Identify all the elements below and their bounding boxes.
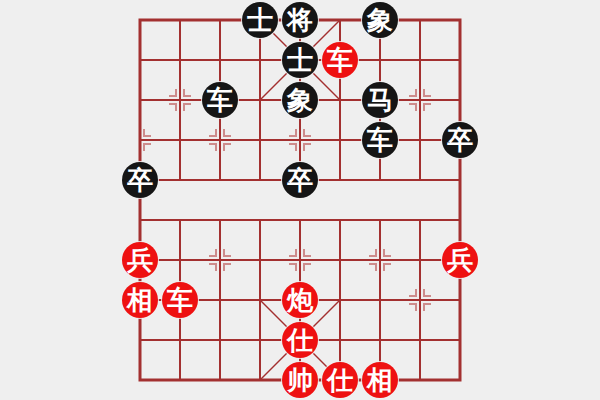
black-general[interactable]: 将: [282, 2, 318, 38]
red-soldier[interactable]: 兵: [122, 242, 158, 278]
black-soldier[interactable]: 卒: [442, 122, 478, 158]
red-elephant[interactable]: 相: [362, 362, 398, 398]
red-advisor[interactable]: 仕: [322, 362, 358, 398]
black-chariot[interactable]: 车: [202, 82, 238, 118]
black-chariot[interactable]: 车: [362, 122, 398, 158]
red-chariot[interactable]: 车: [162, 282, 198, 318]
red-chariot[interactable]: 车: [322, 42, 358, 78]
black-horse[interactable]: 马: [362, 82, 398, 118]
red-cannon[interactable]: 炮: [282, 282, 318, 318]
red-elephant[interactable]: 相: [122, 282, 158, 318]
black-elephant[interactable]: 象: [282, 82, 318, 118]
black-soldier[interactable]: 卒: [282, 162, 318, 198]
black-advisor[interactable]: 士: [242, 2, 278, 38]
black-elephant[interactable]: 象: [362, 2, 398, 38]
red-advisor[interactable]: 仕: [282, 322, 318, 358]
black-soldier[interactable]: 卒: [122, 162, 158, 198]
red-general[interactable]: 帅: [282, 362, 318, 398]
black-advisor[interactable]: 士: [282, 42, 318, 78]
xiangqi-board: 士将象士车车象马车卒卒卒兵兵相车炮仕帅仕相: [120, 0, 480, 400]
red-soldier[interactable]: 兵: [442, 242, 478, 278]
xiangqi-app-screen: 士将象士车车象马车卒卒卒兵兵相车炮仕帅仕相: [0, 0, 600, 400]
